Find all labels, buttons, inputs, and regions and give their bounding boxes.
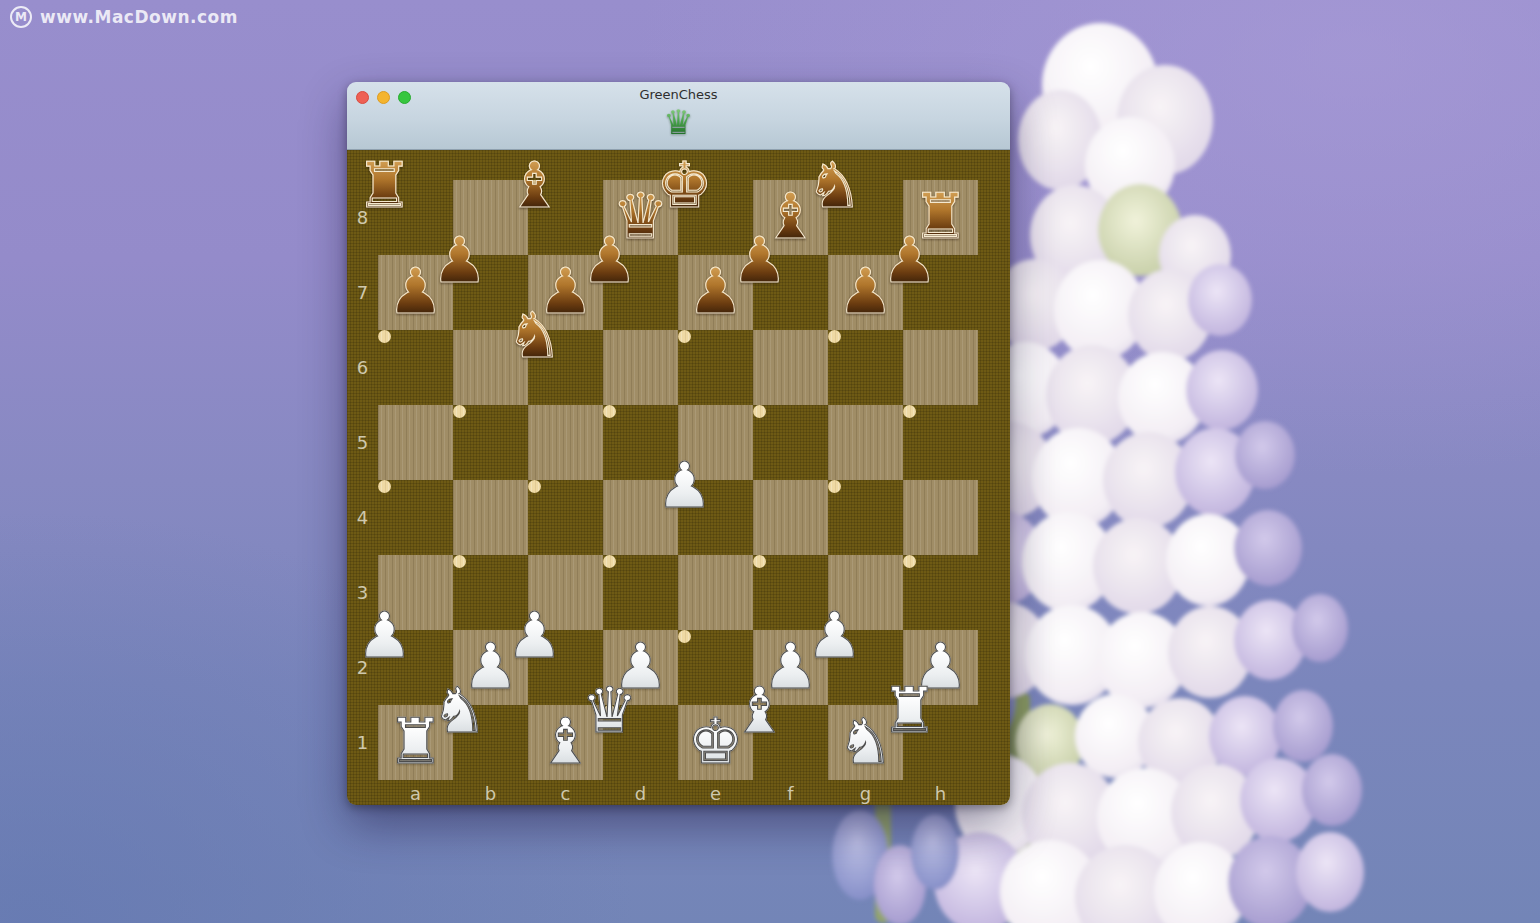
square-g2[interactable]: ♟: [828, 630, 841, 643]
board-frame: 87654321 ♜♝♛♚♝♞♜♟♟♟♟♟♟♟♟♞♟♟♟♟♟♟♟♟♜♞♝♛♚♝♞…: [347, 150, 1010, 805]
file-label-f: f: [753, 781, 828, 805]
square-a2[interactable]: ♟: [378, 630, 391, 643]
piece-black-pawn-f7[interactable]: ♟: [731, 229, 787, 295]
square-a4[interactable]: [378, 480, 391, 493]
file-label-b: b: [453, 781, 528, 805]
square-g6[interactable]: [828, 330, 841, 343]
square-b3[interactable]: [453, 555, 466, 568]
file-label-c: c: [528, 781, 603, 805]
square-g5[interactable]: [828, 405, 903, 480]
piece-white-knight-b1[interactable]: ♞: [431, 679, 487, 745]
piece-black-pawn-d7[interactable]: ♟: [581, 229, 637, 295]
green-queen-icon: ♛: [347, 100, 1010, 144]
rank-labels: 87654321: [347, 180, 378, 780]
piece-white-pawn-e4[interactable]: ♟: [656, 454, 712, 520]
piece-white-pawn-g2[interactable]: ♟: [806, 604, 862, 670]
piece-black-pawn-b7[interactable]: ♟: [431, 229, 487, 295]
piece-black-bishop-c8[interactable]: ♝: [506, 154, 562, 220]
square-c5[interactable]: [528, 405, 603, 480]
chess-board: ♜♝♛♚♝♞♜♟♟♟♟♟♟♟♟♞♟♟♟♟♟♟♟♟♜♞♝♛♚♝♞♜: [378, 180, 978, 780]
rank-label-7: 7: [347, 255, 378, 330]
square-c2[interactable]: ♟: [528, 630, 541, 643]
square-g8[interactable]: ♞: [828, 180, 841, 193]
watermark-text: www.MacDown.com: [40, 7, 238, 27]
piece-white-rook-h1[interactable]: ♜: [881, 679, 937, 745]
square-a8[interactable]: ♜: [378, 180, 391, 193]
square-h6[interactable]: [903, 330, 978, 405]
piece-black-pawn-h7[interactable]: ♟: [881, 229, 937, 295]
square-d3[interactable]: [603, 555, 616, 568]
square-c8[interactable]: ♝: [528, 180, 541, 193]
file-labels: abcdefgh: [378, 781, 978, 805]
square-e8[interactable]: ♚: [678, 180, 691, 193]
square-e4[interactable]: ♟: [678, 480, 691, 493]
square-h7[interactable]: ♟: [903, 255, 916, 268]
piece-black-knight-g8[interactable]: ♞: [806, 154, 862, 220]
title-bar[interactable]: GreenChess ♛: [347, 82, 1010, 150]
rank-label-5: 5: [347, 405, 378, 480]
piece-white-pawn-c2[interactable]: ♟: [506, 604, 562, 670]
square-f6[interactable]: [753, 330, 828, 405]
square-a5[interactable]: [378, 405, 453, 480]
square-d6[interactable]: [603, 330, 678, 405]
piece-white-queen-d1[interactable]: ♛: [581, 679, 637, 745]
piece-black-knight-c6[interactable]: ♞: [506, 304, 562, 370]
square-h3[interactable]: [903, 555, 916, 568]
rank-label-6: 6: [347, 330, 378, 405]
square-e3[interactable]: [678, 555, 753, 630]
file-label-d: d: [603, 781, 678, 805]
square-d1[interactable]: ♛: [603, 705, 616, 718]
square-f3[interactable]: [753, 555, 766, 568]
square-b5[interactable]: [453, 405, 466, 418]
rank-label-1: 1: [347, 705, 378, 780]
file-label-e: e: [678, 781, 753, 805]
square-c4[interactable]: [528, 480, 541, 493]
square-c6[interactable]: ♞: [528, 330, 541, 343]
piece-white-pawn-a2[interactable]: ♟: [356, 604, 412, 670]
square-b1[interactable]: ♞: [453, 705, 466, 718]
square-f5[interactable]: [753, 405, 766, 418]
square-f1[interactable]: ♝: [753, 705, 766, 718]
file-label-a: a: [378, 781, 453, 805]
piece-black-rook-a8[interactable]: ♜: [356, 154, 412, 220]
square-d5[interactable]: [603, 405, 616, 418]
file-label-h: h: [903, 781, 978, 805]
square-f4[interactable]: [753, 480, 828, 555]
square-h4[interactable]: [903, 480, 978, 555]
macdown-logo-icon: M: [10, 6, 32, 28]
chess-window: GreenChess ♛ 87654321 ♜♝♛♚♝♞♜♟♟♟♟♟♟♟♟♞♟♟…: [347, 82, 1010, 805]
piece-white-bishop-f1[interactable]: ♝: [731, 679, 787, 745]
square-d7[interactable]: ♟: [603, 255, 616, 268]
file-label-g: g: [828, 781, 903, 805]
watermark: M www.MacDown.com: [10, 6, 238, 28]
square-h1[interactable]: ♜: [903, 705, 916, 718]
rank-label-4: 4: [347, 480, 378, 555]
piece-black-king-e8[interactable]: ♚: [656, 154, 712, 220]
square-b7[interactable]: ♟: [453, 255, 466, 268]
square-b4[interactable]: [453, 480, 528, 555]
square-e6[interactable]: [678, 330, 691, 343]
square-f7[interactable]: ♟: [753, 255, 766, 268]
square-g4[interactable]: [828, 480, 841, 493]
square-e2[interactable]: [678, 630, 691, 643]
square-a6[interactable]: [378, 330, 391, 343]
square-h5[interactable]: [903, 405, 916, 418]
